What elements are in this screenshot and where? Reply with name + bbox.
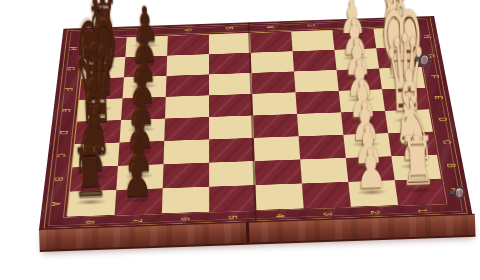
rank-label-top-5: 5 <box>223 27 233 30</box>
metal-clasp-bottom-icon <box>449 185 465 199</box>
pawn-glyph: ♟ <box>121 149 153 205</box>
chessboard: HGFEDCBAHGFEDCBA8765432187654321 ♜♟♟♜♞♟♟… <box>39 16 473 231</box>
rook-glyph: ♜ <box>71 139 110 207</box>
rank-label-top-3: 3 <box>305 24 315 27</box>
rank-label-top-4: 4 <box>264 25 274 28</box>
rook-glyph: ♜ <box>398 128 437 196</box>
pawn-glyph: ♟ <box>355 141 387 197</box>
pieces-layer: ♜♟♟♜♞♟♟♞♝♟♟♝♚♟♟♚♛♟♟♛♝♟♟♝♞♟♟♞♜♟♟♜ <box>39 16 473 231</box>
chess-set-photo: HGFEDCBAHGFEDCBA8765432187654321 ♜♟♟♜♞♟♟… <box>0 0 480 280</box>
rank-label-top-6: 6 <box>182 28 192 31</box>
file-label-left-F: F <box>62 87 73 91</box>
file-label-right-F: F <box>428 75 439 79</box>
rank-label-top-7: 7 <box>141 30 151 33</box>
rank-label-top-2: 2 <box>346 22 357 25</box>
fold-seam-gap <box>246 223 250 243</box>
